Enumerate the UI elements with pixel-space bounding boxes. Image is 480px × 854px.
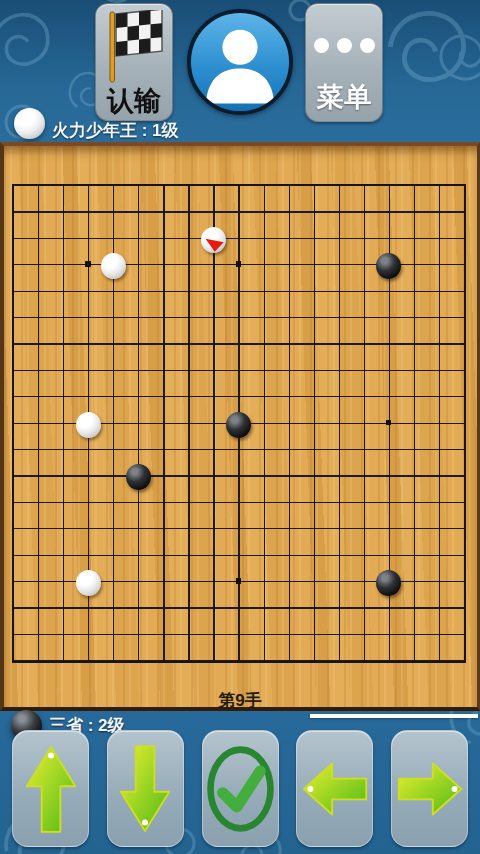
star-point (236, 578, 242, 584)
last-move-marker (205, 239, 224, 252)
top-bar: 认输 菜单 火力少年王 : 1级 (0, 0, 480, 142)
app-screen: 认输 菜单 火力少年王 : 1级 第9手 (0, 0, 480, 854)
move-number-label: 第9手 (0, 689, 480, 712)
menu-dots-icon (314, 38, 375, 53)
left-arrow-icon (300, 757, 370, 821)
up-button[interactable] (12, 730, 89, 847)
black-stone (376, 253, 401, 279)
white-stone (76, 570, 101, 596)
turn-indicator-line (310, 714, 478, 718)
star-point (236, 261, 242, 267)
white-player-info: 火力少年王 : 1级 (14, 105, 179, 142)
right-arrow-icon (395, 757, 465, 821)
white-player-name: 火力少年王 : 1级 (52, 119, 179, 142)
navigation-controls (0, 730, 480, 847)
confirm-check-icon (203, 741, 278, 837)
white-stone (76, 412, 101, 438)
menu-button[interactable]: 菜单 (305, 3, 383, 122)
down-button[interactable] (107, 730, 184, 847)
checkered-flag-icon (103, 10, 165, 86)
star-point (85, 261, 91, 267)
bottom-bar: 三省 : 2级 (0, 711, 480, 854)
resign-button[interactable]: 认输 (95, 3, 173, 121)
white-stone-icon (14, 108, 45, 139)
person-avatar-icon (191, 13, 289, 111)
stones-layer (1, 172, 477, 674)
forward-button[interactable] (391, 730, 468, 847)
confirm-button[interactable] (202, 730, 279, 847)
up-arrow-icon (23, 741, 79, 837)
star-point (386, 420, 392, 426)
black-stone (126, 464, 151, 490)
menu-button-label: 菜单 (317, 84, 371, 111)
black-stone (376, 570, 401, 596)
back-button[interactable] (296, 730, 373, 847)
white-stone (201, 227, 226, 253)
down-arrow-icon (117, 741, 173, 837)
opponent-avatar[interactable] (187, 9, 293, 115)
black-stone (226, 412, 251, 438)
white-stone (101, 253, 126, 279)
